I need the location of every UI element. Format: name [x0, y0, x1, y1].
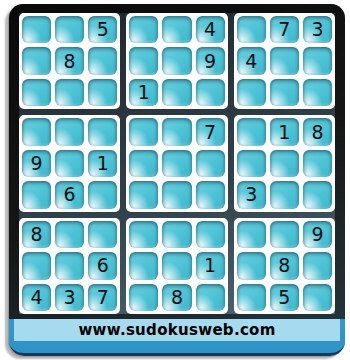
- cell-r2c1[interactable]: [22, 47, 51, 74]
- cell-r4c9[interactable]: 8: [303, 118, 332, 145]
- cell-r8c7[interactable]: [237, 252, 266, 279]
- cell-r2c9[interactable]: [303, 47, 332, 74]
- cell-r9c3[interactable]: 7: [88, 284, 117, 311]
- cell-r4c1[interactable]: [22, 118, 51, 145]
- box-8: 18: [126, 218, 227, 314]
- grid-frame: 5849173491671838643718985: [9, 4, 345, 319]
- cell-r1c4[interactable]: [129, 16, 158, 43]
- cell-r2c8[interactable]: [270, 47, 299, 74]
- cell-r3c9[interactable]: [303, 79, 332, 106]
- cell-r5c8[interactable]: [270, 150, 299, 177]
- sudoku-page: 5849173491671838643718985 www.sudokusweb…: [0, 0, 350, 360]
- cell-r1c6[interactable]: 4: [196, 16, 225, 43]
- footer-bar: www.sudokusweb.com: [14, 319, 340, 341]
- cell-r8c8[interactable]: 8: [270, 252, 299, 279]
- cell-r5c5[interactable]: [162, 150, 191, 177]
- box-3: 734: [234, 13, 335, 109]
- cell-r8c3[interactable]: 6: [88, 252, 117, 279]
- cell-r7c7[interactable]: [237, 221, 266, 248]
- cell-r7c5[interactable]: [162, 221, 191, 248]
- sudoku-board: 5849173491671838643718985 www.sudokusweb…: [9, 4, 345, 356]
- cell-r8c2[interactable]: [55, 252, 84, 279]
- cell-r7c1[interactable]: 8: [22, 221, 51, 248]
- cell-r3c6[interactable]: [196, 79, 225, 106]
- cell-r1c7[interactable]: [237, 16, 266, 43]
- site-url: www.sudokusweb.com: [78, 321, 275, 339]
- cell-r8c5[interactable]: [162, 252, 191, 279]
- box-7: 86437: [19, 218, 120, 314]
- box-9: 985: [234, 218, 335, 314]
- cell-r6c9[interactable]: [303, 181, 332, 208]
- cell-r5c7[interactable]: [237, 150, 266, 177]
- box-4: 916: [19, 115, 120, 211]
- cell-r3c4[interactable]: 1: [129, 79, 158, 106]
- cell-r8c4[interactable]: [129, 252, 158, 279]
- cell-r6c4[interactable]: [129, 181, 158, 208]
- cell-r7c2[interactable]: [55, 221, 84, 248]
- cell-r6c6[interactable]: [196, 181, 225, 208]
- cell-r5c3[interactable]: 1: [88, 150, 117, 177]
- cell-r6c2[interactable]: 6: [55, 181, 84, 208]
- cell-r3c8[interactable]: [270, 79, 299, 106]
- cell-r5c4[interactable]: [129, 150, 158, 177]
- box-2: 491: [126, 13, 227, 109]
- cell-r8c6[interactable]: 1: [196, 252, 225, 279]
- cell-r7c3[interactable]: [88, 221, 117, 248]
- sudoku-grid: 5849173491671838643718985: [19, 13, 335, 314]
- cell-r3c5[interactable]: [162, 79, 191, 106]
- cell-r7c6[interactable]: [196, 221, 225, 248]
- cell-r4c8[interactable]: 1: [270, 118, 299, 145]
- cell-r6c8[interactable]: [270, 181, 299, 208]
- cell-r2c2[interactable]: 8: [55, 47, 84, 74]
- cell-r6c3[interactable]: [88, 181, 117, 208]
- cell-r9c8[interactable]: 5: [270, 284, 299, 311]
- cell-r5c6[interactable]: [196, 150, 225, 177]
- cell-r3c7[interactable]: [237, 79, 266, 106]
- cell-r9c6[interactable]: [196, 284, 225, 311]
- cell-r9c4[interactable]: [129, 284, 158, 311]
- cell-r1c8[interactable]: 7: [270, 16, 299, 43]
- cell-r2c3[interactable]: [88, 47, 117, 74]
- cell-r2c4[interactable]: [129, 47, 158, 74]
- cell-r6c5[interactable]: [162, 181, 191, 208]
- cell-r9c9[interactable]: [303, 284, 332, 311]
- cell-r5c2[interactable]: [55, 150, 84, 177]
- cell-r1c5[interactable]: [162, 16, 191, 43]
- cell-r2c7[interactable]: 4: [237, 47, 266, 74]
- cell-r3c2[interactable]: [55, 79, 84, 106]
- cell-r8c1[interactable]: [22, 252, 51, 279]
- cell-r7c8[interactable]: [270, 221, 299, 248]
- cell-r4c6[interactable]: 7: [196, 118, 225, 145]
- cell-r4c4[interactable]: [129, 118, 158, 145]
- cell-r9c7[interactable]: [237, 284, 266, 311]
- box-6: 183: [234, 115, 335, 211]
- cell-r9c2[interactable]: 3: [55, 284, 84, 311]
- cell-r9c5[interactable]: 8: [162, 284, 191, 311]
- cell-r5c1[interactable]: 9: [22, 150, 51, 177]
- cell-r5c9[interactable]: [303, 150, 332, 177]
- cell-r1c1[interactable]: [22, 16, 51, 43]
- cell-r4c2[interactable]: [55, 118, 84, 145]
- cell-r1c3[interactable]: 5: [88, 16, 117, 43]
- cell-r3c3[interactable]: [88, 79, 117, 106]
- cell-r7c9[interactable]: 9: [303, 221, 332, 248]
- cell-r6c1[interactable]: [22, 181, 51, 208]
- cell-r2c6[interactable]: 9: [196, 47, 225, 74]
- cell-r2c5[interactable]: [162, 47, 191, 74]
- cell-r3c1[interactable]: [22, 79, 51, 106]
- cell-r4c3[interactable]: [88, 118, 117, 145]
- cell-r9c1[interactable]: 4: [22, 284, 51, 311]
- cell-r4c7[interactable]: [237, 118, 266, 145]
- box-1: 58: [19, 13, 120, 109]
- box-5: 7: [126, 115, 227, 211]
- cell-r1c9[interactable]: 3: [303, 16, 332, 43]
- cell-r6c7[interactable]: 3: [237, 181, 266, 208]
- cell-r8c9[interactable]: [303, 252, 332, 279]
- cell-r7c4[interactable]: [129, 221, 158, 248]
- cell-r1c2[interactable]: [55, 16, 84, 43]
- cell-r4c5[interactable]: [162, 118, 191, 145]
